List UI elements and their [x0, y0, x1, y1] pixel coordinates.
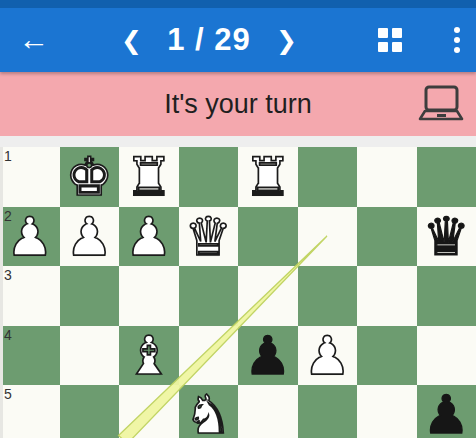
grid-view-icon[interactable]	[378, 28, 402, 52]
rank-label-2: 2	[4, 208, 12, 224]
square-e3[interactable]	[179, 266, 239, 326]
white-queen-piece[interactable]: ♛	[179, 207, 239, 267]
square-e2[interactable]: ♛	[179, 207, 239, 267]
spacer	[0, 136, 476, 147]
puzzle-navigation: ❮ 1 / 29 ❯	[121, 8, 297, 72]
puzzle-counter: 1 / 29	[167, 22, 251, 58]
white-knight-piece[interactable]: ♞	[179, 385, 239, 438]
square-d3[interactable]	[238, 266, 298, 326]
square-f3[interactable]	[119, 266, 179, 326]
back-arrow-icon[interactable]: ←	[14, 8, 54, 72]
square-g4[interactable]	[60, 326, 120, 386]
white-bishop-piece[interactable]: ♝	[119, 326, 179, 386]
square-d1[interactable]: ♜	[238, 147, 298, 207]
square-b4[interactable]	[357, 326, 417, 386]
white-rook-piece[interactable]: ♜	[119, 147, 179, 207]
rank-label-1: 1	[4, 148, 12, 164]
square-h2[interactable]: 2♟	[0, 207, 60, 267]
square-b2[interactable]	[357, 207, 417, 267]
square-c3[interactable]	[298, 266, 358, 326]
square-c1[interactable]	[298, 147, 358, 207]
square-a5[interactable]: ♟	[417, 385, 476, 438]
square-f4[interactable]: ♝	[119, 326, 179, 386]
square-h4[interactable]: 4	[0, 326, 60, 386]
previous-puzzle-icon[interactable]: ❮	[121, 28, 142, 53]
square-h3[interactable]: 3	[0, 266, 60, 326]
white-pawn-piece[interactable]: ♟	[298, 326, 358, 386]
square-g3[interactable]	[60, 266, 120, 326]
square-b1[interactable]	[357, 147, 417, 207]
chess-app-screen: ← ❮ 1 / 29 ❯ It's your turn 1♚♜♜2♟♟♟♛♛34…	[0, 0, 476, 438]
square-a2[interactable]: ♛	[417, 207, 476, 267]
square-f1[interactable]: ♜	[119, 147, 179, 207]
square-a1[interactable]	[417, 147, 476, 207]
black-queen-piece[interactable]: ♛	[417, 207, 476, 267]
white-pawn-piece[interactable]: ♟	[119, 207, 179, 267]
square-c5[interactable]	[298, 385, 358, 438]
square-d4[interactable]: ♟	[238, 326, 298, 386]
rank-label-4: 4	[4, 327, 12, 343]
square-e1[interactable]	[179, 147, 239, 207]
turn-banner-text: It's your turn	[164, 89, 312, 120]
square-c4[interactable]: ♟	[298, 326, 358, 386]
square-g2[interactable]: ♟	[60, 207, 120, 267]
next-puzzle-icon[interactable]: ❯	[276, 28, 297, 53]
square-b3[interactable]	[357, 266, 417, 326]
square-f5[interactable]	[119, 385, 179, 438]
status-bar	[0, 0, 476, 8]
square-g1[interactable]: ♚	[60, 147, 120, 207]
square-d2[interactable]	[238, 207, 298, 267]
white-rook-piece[interactable]: ♜	[238, 147, 298, 207]
square-e4[interactable]	[179, 326, 239, 386]
square-f2[interactable]: ♟	[119, 207, 179, 267]
square-h5[interactable]: 5	[0, 385, 60, 438]
laptop-icon	[417, 84, 465, 124]
overflow-menu-icon[interactable]	[454, 27, 460, 53]
square-a4[interactable]	[417, 326, 476, 386]
chess-board[interactable]: 1♚♜♜2♟♟♟♛♛34♝♟♟5♞♟	[0, 147, 476, 438]
square-b5[interactable]	[357, 385, 417, 438]
square-g5[interactable]	[60, 385, 120, 438]
square-c2[interactable]	[298, 207, 358, 267]
black-pawn-piece[interactable]: ♟	[238, 326, 298, 386]
square-h1[interactable]: 1	[0, 147, 60, 207]
black-pawn-piece[interactable]: ♟	[417, 385, 476, 438]
square-a3[interactable]	[417, 266, 476, 326]
app-header: ← ❮ 1 / 29 ❯	[0, 0, 476, 72]
header-actions	[378, 8, 460, 72]
white-king-piece[interactable]: ♚	[60, 147, 120, 207]
square-d5[interactable]	[238, 385, 298, 438]
rank-label-5: 5	[4, 386, 12, 402]
board-left-edge	[0, 147, 3, 438]
rank-label-3: 3	[4, 267, 12, 283]
square-e5[interactable]: ♞	[179, 385, 239, 438]
white-pawn-piece[interactable]: ♟	[60, 207, 120, 267]
turn-banner: It's your turn	[0, 72, 476, 136]
